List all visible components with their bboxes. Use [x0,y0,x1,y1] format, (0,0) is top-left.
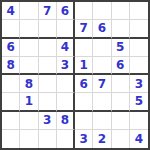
cell-r4c3[interactable] [39,57,57,75]
cell-r1c1[interactable]: 4 [2,2,20,20]
cell-r6c7[interactable] [112,93,130,111]
cell-r6c8[interactable]: 5 [130,93,148,111]
cell-r5c8[interactable]: 3 [130,75,148,93]
cell-r3c5[interactable] [75,39,93,57]
cell-r1c5[interactable] [75,2,93,20]
cell-r8c8[interactable]: 4 [130,130,148,148]
cell-r4c2[interactable] [20,57,38,75]
cell-r1c4[interactable]: 6 [57,2,75,20]
cell-r7c4[interactable]: 8 [57,112,75,130]
cell-r1c7[interactable] [112,2,130,20]
cell-r8c6[interactable]: 2 [93,130,111,148]
cell-r1c8[interactable] [130,2,148,20]
cell-r6c4[interactable] [57,93,75,111]
cell-r6c2[interactable]: 1 [20,93,38,111]
cell-r3c6[interactable] [93,39,111,57]
cell-r7c1[interactable] [2,112,20,130]
cell-r7c3[interactable]: 3 [39,112,57,130]
cell-r6c5[interactable] [75,93,93,111]
cell-r8c3[interactable] [39,130,57,148]
cell-r7c8[interactable] [130,112,148,130]
cell-r5c3[interactable] [39,75,57,93]
cell-r3c8[interactable] [130,39,148,57]
cell-r4c6[interactable] [93,57,111,75]
cell-r1c2[interactable] [20,2,38,20]
cell-r7c2[interactable] [20,112,38,130]
cell-r5c5[interactable]: 6 [75,75,93,93]
cell-r3c3[interactable] [39,39,57,57]
cell-r8c5[interactable]: 3 [75,130,93,148]
cell-r4c7[interactable]: 6 [112,57,130,75]
cell-r1c6[interactable] [93,2,111,20]
cell-r2c4[interactable] [57,20,75,38]
sudoku-board: 47676645831686731538324 [0,0,150,150]
cell-r5c7[interactable] [112,75,130,93]
cell-r5c4[interactable] [57,75,75,93]
cell-r4c1[interactable]: 8 [2,57,20,75]
cell-r6c3[interactable] [39,93,57,111]
cell-r3c1[interactable]: 6 [2,39,20,57]
cell-r5c6[interactable]: 7 [93,75,111,93]
cell-r2c6[interactable]: 6 [93,20,111,38]
cell-r2c5[interactable]: 7 [75,20,93,38]
cell-r3c2[interactable] [20,39,38,57]
cell-r5c1[interactable] [2,75,20,93]
cell-r4c4[interactable]: 3 [57,57,75,75]
cell-r8c4[interactable] [57,130,75,148]
cell-r8c2[interactable] [20,130,38,148]
cell-r6c6[interactable] [93,93,111,111]
cell-r3c7[interactable]: 5 [112,39,130,57]
cell-r3c4[interactable]: 4 [57,39,75,57]
cell-r1c3[interactable]: 7 [39,2,57,20]
cell-r7c7[interactable] [112,112,130,130]
cell-r8c7[interactable] [112,130,130,148]
cell-r2c2[interactable] [20,20,38,38]
cell-r7c6[interactable] [93,112,111,130]
cell-r4c8[interactable] [130,57,148,75]
cell-r2c1[interactable] [2,20,20,38]
cell-r2c8[interactable] [130,20,148,38]
cell-r5c2[interactable]: 8 [20,75,38,93]
cell-r4c5[interactable]: 1 [75,57,93,75]
cell-r2c3[interactable] [39,20,57,38]
cell-r7c5[interactable] [75,112,93,130]
cell-r6c1[interactable] [2,93,20,111]
cell-r8c1[interactable] [2,130,20,148]
cell-r2c7[interactable] [112,20,130,38]
